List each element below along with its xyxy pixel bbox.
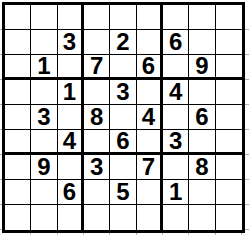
sudoku-cell[interactable]: 5 [110, 180, 136, 205]
sudoku-cell[interactable] [216, 205, 242, 230]
sudoku-cell[interactable] [5, 55, 31, 80]
sudoku-cell[interactable]: 3 [58, 30, 84, 55]
sudoku-cell[interactable] [31, 30, 57, 55]
sudoku-cell[interactable]: 3 [84, 155, 110, 180]
sudoku-cell[interactable] [110, 155, 136, 180]
sudoku-cell[interactable]: 6 [189, 105, 215, 130]
sudoku-cell[interactable]: 4 [163, 80, 189, 105]
sudoku-cell[interactable] [84, 130, 110, 155]
sudoku-cell[interactable] [216, 5, 242, 30]
sudoku-cell[interactable] [137, 80, 163, 105]
sudoku-cell[interactable]: 9 [31, 155, 57, 180]
sudoku-cell[interactable] [31, 205, 57, 230]
sudoku-cell[interactable] [189, 180, 215, 205]
sudoku-cell[interactable] [5, 5, 31, 30]
sudoku-cell[interactable] [137, 205, 163, 230]
sudoku-cell[interactable] [5, 205, 31, 230]
sudoku-cell[interactable] [58, 55, 84, 80]
sudoku-cell[interactable] [163, 5, 189, 30]
sudoku-cell[interactable] [163, 55, 189, 80]
sudoku-cell[interactable] [5, 130, 31, 155]
sudoku-cell[interactable] [5, 105, 31, 130]
sudoku-cell[interactable] [189, 80, 215, 105]
sudoku-cell[interactable] [58, 5, 84, 30]
sudoku-cell[interactable]: 9 [189, 55, 215, 80]
sudoku-cell[interactable] [58, 205, 84, 230]
sudoku-cell[interactable]: 3 [110, 80, 136, 105]
sudoku-cell[interactable] [110, 5, 136, 30]
sudoku-cell[interactable] [137, 180, 163, 205]
sudoku-cell[interactable]: 1 [31, 55, 57, 80]
sudoku-cell[interactable] [137, 130, 163, 155]
sudoku-cell[interactable] [58, 155, 84, 180]
sudoku-cell[interactable] [110, 55, 136, 80]
sudoku-cell[interactable] [84, 80, 110, 105]
sudoku-cell[interactable] [5, 155, 31, 180]
sudoku-cell[interactable] [137, 5, 163, 30]
sudoku-cell[interactable] [31, 5, 57, 30]
sudoku-cell[interactable] [216, 130, 242, 155]
sudoku-cell[interactable]: 6 [163, 30, 189, 55]
sudoku-cell[interactable] [163, 205, 189, 230]
sudoku-cell[interactable]: 3 [163, 130, 189, 155]
sudoku-cell[interactable] [189, 30, 215, 55]
sudoku-cell[interactable] [31, 130, 57, 155]
sudoku-cell[interactable] [216, 180, 242, 205]
sudoku-cell[interactable] [137, 30, 163, 55]
sudoku-cell[interactable] [84, 5, 110, 30]
sudoku-cell[interactable]: 7 [137, 155, 163, 180]
sudoku-cell[interactable] [84, 180, 110, 205]
sudoku-cell[interactable] [189, 205, 215, 230]
sudoku-cell[interactable]: 7 [84, 55, 110, 80]
sudoku-cell[interactable]: 8 [84, 105, 110, 130]
sudoku-cell[interactable] [84, 30, 110, 55]
sudoku-cell[interactable]: 6 [110, 130, 136, 155]
sudoku-cell[interactable] [216, 55, 242, 80]
sudoku-grid: 3 2 6 1 7 6 9 1 3 4 [5, 5, 242, 230]
sudoku-cell[interactable] [216, 155, 242, 180]
sudoku-cell[interactable]: 2 [110, 30, 136, 55]
sudoku-cell[interactable]: 1 [163, 180, 189, 205]
sudoku-cell[interactable] [189, 130, 215, 155]
sudoku-cell[interactable] [163, 155, 189, 180]
sudoku-cell[interactable]: 6 [58, 180, 84, 205]
sudoku-page: 3 2 6 1 7 6 9 1 3 4 [0, 0, 249, 237]
sudoku-board: 3 2 6 1 7 6 9 1 3 4 [2, 2, 245, 233]
sudoku-cell[interactable] [84, 205, 110, 230]
sudoku-cell[interactable] [31, 80, 57, 105]
sudoku-cell[interactable] [216, 105, 242, 130]
sudoku-cell[interactable]: 4 [58, 130, 84, 155]
sudoku-cell[interactable] [58, 105, 84, 130]
sudoku-cell[interactable] [110, 205, 136, 230]
gridline-stub-bottom [5, 233, 242, 235]
sudoku-cell[interactable] [189, 5, 215, 30]
sudoku-cell[interactable] [216, 80, 242, 105]
sudoku-cell[interactable] [5, 180, 31, 205]
sudoku-cell[interactable]: 6 [137, 55, 163, 80]
sudoku-cell[interactable]: 4 [137, 105, 163, 130]
sudoku-cell[interactable]: 1 [58, 80, 84, 105]
sudoku-cell[interactable]: 3 [31, 105, 57, 130]
gridline-stub-right [245, 5, 249, 230]
sudoku-cell[interactable] [5, 30, 31, 55]
sudoku-cell[interactable] [163, 105, 189, 130]
sudoku-cell[interactable] [110, 105, 136, 130]
sudoku-cell[interactable] [5, 80, 31, 105]
sudoku-cell[interactable]: 8 [189, 155, 215, 180]
sudoku-cell[interactable] [31, 180, 57, 205]
sudoku-cell[interactable] [216, 30, 242, 55]
